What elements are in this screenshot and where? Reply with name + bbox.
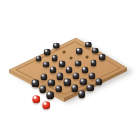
black-marble xyxy=(57,73,64,80)
drilled-hole xyxy=(85,56,88,59)
black-marble xyxy=(58,61,65,68)
red-marble-captured xyxy=(42,101,50,109)
product-photo xyxy=(0,0,140,140)
black-marble xyxy=(85,42,91,48)
black-marble xyxy=(95,78,102,85)
black-marble xyxy=(53,42,59,48)
black-marble xyxy=(48,79,55,86)
drilled-hole xyxy=(62,50,65,53)
black-marble xyxy=(44,49,51,56)
black-marble xyxy=(92,48,99,55)
black-marble xyxy=(73,72,80,79)
black-marble xyxy=(80,78,87,85)
black-marble xyxy=(74,60,81,67)
black-marble xyxy=(90,60,97,67)
black-marble xyxy=(32,80,39,87)
pieces-layer xyxy=(0,0,140,140)
black-marble xyxy=(55,85,62,92)
black-marble xyxy=(87,84,94,91)
black-marble xyxy=(81,66,88,73)
black-marble xyxy=(42,61,49,68)
black-marble xyxy=(76,48,83,55)
black-marble xyxy=(78,90,86,98)
black-marble xyxy=(35,55,42,62)
black-marble xyxy=(65,67,72,74)
black-marble xyxy=(99,54,106,61)
black-marble xyxy=(51,55,58,62)
black-marble xyxy=(41,73,48,80)
black-marble xyxy=(49,67,56,74)
black-marble xyxy=(46,91,54,99)
drilled-hole xyxy=(69,56,72,59)
black-marble xyxy=(64,79,71,86)
red-marble-captured xyxy=(32,95,40,103)
black-marble xyxy=(88,72,95,79)
black-marble xyxy=(71,84,78,91)
black-marble xyxy=(39,85,46,92)
